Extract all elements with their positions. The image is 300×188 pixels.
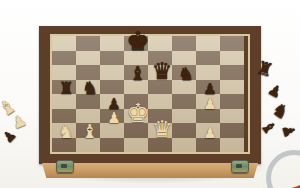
watermark-logo [266, 146, 300, 188]
square-d1[interactable] [124, 138, 148, 153]
square-h7[interactable] [220, 51, 244, 66]
brass-latch-right [231, 160, 249, 173]
square-c8[interactable] [100, 36, 124, 51]
piece-wq-e2[interactable]: ♛ [148, 118, 176, 141]
square-g7[interactable] [196, 51, 220, 66]
square-h6[interactable] [220, 65, 244, 80]
piece-br-a5[interactable]: ♜ [52, 80, 80, 97]
square-a8[interactable] [52, 36, 76, 51]
piece-wp-g2[interactable]: ♟ [196, 126, 224, 141]
square-a7[interactable] [52, 51, 76, 66]
square-c6[interactable] [100, 65, 124, 80]
board-front-edge [42, 163, 258, 178]
product-photo-stage: ♚♛♝♞♞♜♟♟♟♚♟♛♝♞♟ ♝♟♟♞♟♜♟♞♟♝ [0, 0, 300, 188]
square-b7[interactable] [76, 51, 100, 66]
square-g8[interactable] [196, 36, 220, 51]
piece-wp-g4[interactable]: ♟ [196, 97, 224, 112]
brass-latch-left [56, 160, 74, 173]
square-f4[interactable] [172, 94, 196, 109]
square-b8[interactable] [76, 36, 100, 51]
piece-bn-f6[interactable]: ♞ [172, 65, 200, 83]
piece-bk-d8[interactable]: ♚ [124, 28, 152, 54]
piece-bn-b5[interactable]: ♞ [76, 79, 104, 97]
square-f8[interactable] [172, 36, 196, 51]
piece-wb-b2[interactable]: ♝ [76, 122, 104, 141]
piece-bb-d6[interactable]: ♝ [124, 64, 152, 83]
piece-wn-a2[interactable]: ♞ [52, 123, 80, 141]
square-c7[interactable] [100, 51, 124, 66]
piece-wp-c3[interactable]: ♟ [100, 111, 128, 126]
captured-piece-wn-left-4[interactable]: ♞ [4, 180, 35, 188]
square-h8[interactable] [220, 36, 244, 51]
